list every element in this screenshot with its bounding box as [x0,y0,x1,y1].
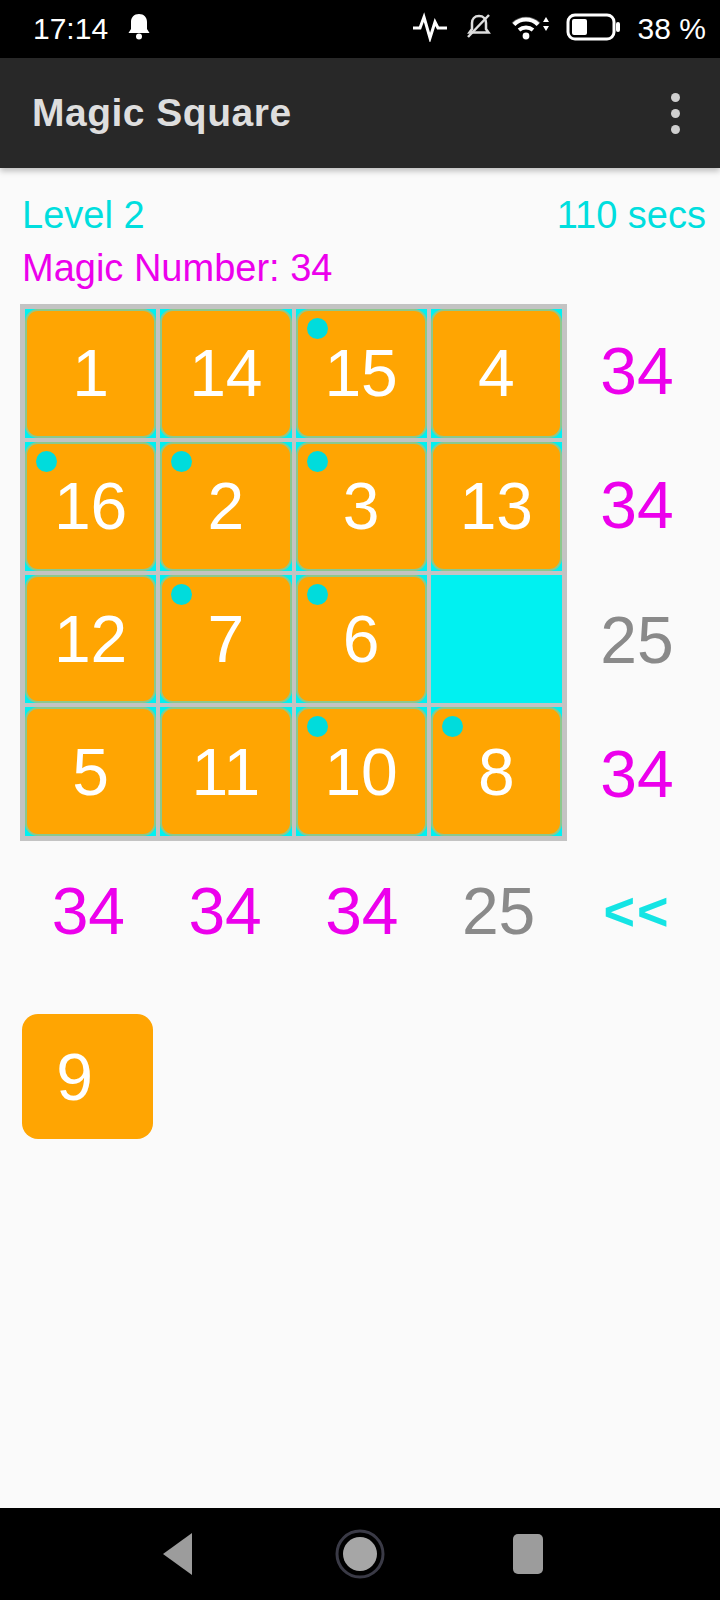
spare-tile-tray: 9 [22,1014,720,1139]
moved-marker-dot-icon [36,451,57,472]
board-cell-r3c1[interactable]: 11 [160,707,291,836]
tile-number: 10 [324,739,397,805]
board-cell-r0c2[interactable]: 15 [296,309,427,438]
column-sums-row: 34343425<< [20,856,720,966]
tile-number: 1 [72,340,109,406]
notification-bell-icon [126,12,152,46]
board-cell-r2c0[interactable]: 12 [25,575,156,704]
overflow-menu-button[interactable] [661,83,690,144]
board-area: 1141541623131276511108 34342534 [20,304,720,841]
board-cell-r1c2[interactable]: 3 [296,442,427,571]
tile-number: 3 [343,473,380,539]
board-cell-r2c1[interactable]: 7 [160,575,291,704]
tile-12[interactable]: 12 [25,575,156,704]
moved-marker-dot-icon [307,716,328,737]
tile-number: 5 [72,739,109,805]
tile-4[interactable]: 4 [431,309,562,438]
phone-screen: 17:14 [0,0,720,1600]
row-sum-2: 25 [567,573,707,707]
tile-number: 2 [208,473,245,539]
page-title: Magic Square [32,91,292,135]
tile-11[interactable]: 11 [160,707,291,836]
tile-5[interactable]: 5 [25,707,156,836]
moved-marker-dot-icon [307,451,328,472]
row-sum-0: 34 [567,304,707,438]
tile-15[interactable]: 15 [296,309,427,438]
tile-number: 14 [189,340,262,406]
notifications-off-icon [464,12,494,46]
status-bar: 17:14 [0,0,720,58]
app-bar: Magic Square [0,58,720,168]
col-sum-3: 25 [430,873,567,949]
tile-number: 13 [460,473,533,539]
tile-13[interactable]: 13 [431,442,562,571]
tile-6[interactable]: 6 [296,575,427,704]
moved-marker-dot-icon [307,584,328,605]
nav-home-button[interactable] [334,1528,386,1584]
timer-label: 110 secs [557,194,706,237]
tray-tile-9[interactable]: 9 [22,1014,153,1139]
tile-number: 15 [324,340,397,406]
tile-number: 12 [54,606,127,672]
tile-3[interactable]: 3 [296,442,427,571]
magic-square-board: 1141541623131276511108 [20,304,567,841]
board-cell-r0c1[interactable]: 14 [160,309,291,438]
col-sum-2: 34 [294,873,431,949]
pulse-icon [412,12,448,46]
row-sum-3: 34 [567,707,707,841]
tile-7[interactable]: 7 [160,575,291,704]
board-cell-r0c0[interactable]: 1 [25,309,156,438]
info-row: Level 2 110 secs [0,168,720,237]
nav-recents-button[interactable] [513,1534,543,1578]
row-sum-1: 34 [567,438,707,572]
tile-16[interactable]: 16 [25,442,156,571]
tile-number: 4 [478,340,515,406]
moved-marker-dot-icon [171,451,192,472]
board-cell-r3c2[interactable]: 10 [296,707,427,836]
moved-marker-dot-icon [442,716,463,737]
moved-marker-dot-icon [171,584,192,605]
tile-8[interactable]: 8 [431,707,562,836]
tile-1[interactable]: 1 [25,309,156,438]
board-cell-r1c1[interactable]: 2 [160,442,291,571]
tile-2[interactable]: 2 [160,442,291,571]
clock: 17:14 [33,12,108,46]
board-cell-r0c3[interactable]: 4 [431,309,562,438]
wifi-icon [510,12,550,46]
undo-button[interactable]: << [567,880,707,942]
nav-back-button[interactable] [162,1532,192,1580]
tile-number: 11 [192,739,261,805]
col-sum-1: 34 [157,873,294,949]
col-sum-0: 34 [20,873,157,949]
tile-number: 7 [208,606,245,672]
battery-icon [566,12,622,46]
board-cell-r3c0[interactable]: 5 [25,707,156,836]
tile-10[interactable]: 10 [296,707,427,836]
magic-number-label: Magic Number: 34 [0,237,720,290]
board-cell-r1c0[interactable]: 16 [25,442,156,571]
board-cell-r1c3[interactable]: 13 [431,442,562,571]
tray-tile-number: 9 [56,1044,93,1110]
board-cell-r2c2[interactable]: 6 [296,575,427,704]
tile-number: 16 [54,473,127,539]
board-cell-empty[interactable] [431,575,562,704]
android-nav-bar [0,1508,720,1600]
moved-marker-dot-icon [307,318,328,339]
board-cell-r3c3[interactable]: 8 [431,707,562,836]
row-sums-column: 34342534 [567,304,707,841]
level-label: Level 2 [22,194,145,237]
battery-percent: 38 % [638,12,706,46]
tile-14[interactable]: 14 [160,309,291,438]
game-content: Level 2 110 secs Magic Number: 34 114154… [0,168,720,1508]
tile-number: 6 [343,606,380,672]
tile-number: 8 [478,739,515,805]
